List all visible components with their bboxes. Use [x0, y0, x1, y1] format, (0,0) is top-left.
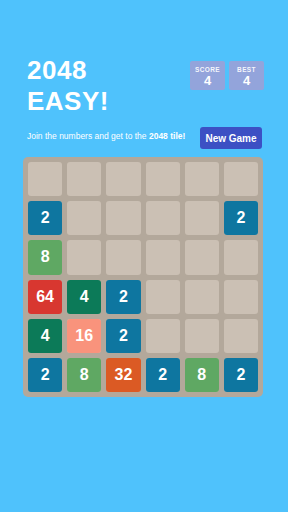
board-cell — [67, 162, 101, 196]
tile-2: 2 — [224, 358, 258, 392]
board-cell — [67, 240, 101, 274]
board-cell — [106, 240, 140, 274]
tile-64: 64 — [28, 280, 62, 314]
board-cell: 16 — [67, 319, 101, 353]
tile-32: 32 — [106, 358, 140, 392]
tile-2: 2 — [224, 201, 258, 235]
board-cell: 8 — [67, 358, 101, 392]
tile-8: 8 — [67, 358, 101, 392]
board-cell: 4 — [28, 319, 62, 353]
subtitle: Join the numbers and get to the 2048 til… — [27, 131, 185, 141]
board-cell — [146, 162, 180, 196]
board-cell — [224, 162, 258, 196]
board-cell: 8 — [28, 240, 62, 274]
board-cell: 2 — [224, 201, 258, 235]
app-title-line2: EASY! — [27, 86, 109, 117]
tile-2: 2 — [28, 201, 62, 235]
score-label: SCORE — [195, 66, 220, 73]
tile-8: 8 — [28, 240, 62, 274]
tile-4: 4 — [67, 280, 101, 314]
score-value: 4 — [204, 73, 211, 88]
board-cell — [185, 319, 219, 353]
scoreboard: SCORE 4 BEST 4 — [190, 61, 264, 90]
board-cell — [67, 201, 101, 235]
board-cell: 2 — [28, 358, 62, 392]
board-cell: 2 — [28, 201, 62, 235]
board-cell — [106, 162, 140, 196]
best-box: BEST 4 — [229, 61, 264, 90]
score-box: SCORE 4 — [190, 61, 225, 90]
board-cell — [224, 280, 258, 314]
board-cell: 8 — [185, 358, 219, 392]
board-cell: 64 — [28, 280, 62, 314]
board-cell: 2 — [106, 319, 140, 353]
board-cell — [185, 162, 219, 196]
board-cell: 32 — [106, 358, 140, 392]
app-title-line1: 2048 — [27, 55, 109, 86]
board-cell: 2 — [146, 358, 180, 392]
board-cell — [146, 240, 180, 274]
tile-2: 2 — [106, 280, 140, 314]
tile-4: 4 — [28, 319, 62, 353]
board-cell — [146, 319, 180, 353]
game-board[interactable]: 228644241622832282 — [23, 157, 263, 397]
board-cell: 2 — [224, 358, 258, 392]
board-cell: 4 — [67, 280, 101, 314]
tile-2: 2 — [146, 358, 180, 392]
new-game-button[interactable]: New Game — [200, 127, 262, 149]
board-cell — [224, 240, 258, 274]
subtitle-text: Join the numbers and get to the — [27, 131, 149, 141]
best-value: 4 — [243, 73, 250, 88]
board-cell — [146, 201, 180, 235]
board-cell — [185, 280, 219, 314]
subtitle-goal-text: 2048 tile! — [149, 131, 185, 141]
app-screen: 2048 EASY! SCORE 4 BEST 4 Join the numbe… — [0, 0, 288, 512]
board-cell — [146, 280, 180, 314]
board-cell — [224, 319, 258, 353]
tile-2: 2 — [28, 358, 62, 392]
tile-16: 16 — [67, 319, 101, 353]
tile-2: 2 — [106, 319, 140, 353]
board-cell: 2 — [106, 280, 140, 314]
best-label: BEST — [237, 66, 256, 73]
board-cell — [185, 201, 219, 235]
board-cell — [185, 240, 219, 274]
board-cell — [28, 162, 62, 196]
board-cell — [106, 201, 140, 235]
tile-8: 8 — [185, 358, 219, 392]
app-title: 2048 EASY! — [27, 55, 109, 117]
